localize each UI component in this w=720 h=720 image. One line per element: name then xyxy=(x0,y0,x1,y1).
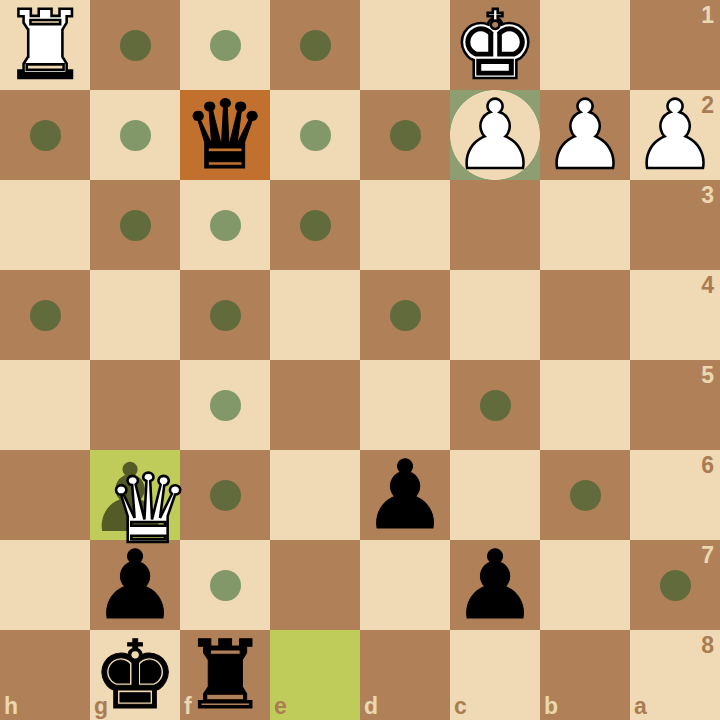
move-hint-g2[interactable] xyxy=(120,120,151,151)
square-a2[interactable]: ♟2 xyxy=(630,90,720,180)
move-hint-g1[interactable] xyxy=(120,30,151,61)
square-f6[interactable] xyxy=(180,450,270,540)
move-hint-h4[interactable] xyxy=(30,300,61,331)
square-g7[interactable]: ♟ xyxy=(90,540,180,630)
square-g3[interactable] xyxy=(90,180,180,270)
square-e8[interactable]: e xyxy=(270,630,360,720)
square-a7[interactable]: 7 xyxy=(630,540,720,630)
move-hint-f7[interactable] xyxy=(210,570,241,601)
square-c2[interactable]: ♟ xyxy=(450,90,540,180)
piece-white-rook-h1[interactable]: ♜ xyxy=(0,0,90,90)
square-a1[interactable]: 1 xyxy=(630,0,720,90)
square-e1[interactable] xyxy=(270,0,360,90)
square-c8[interactable]: c xyxy=(450,630,540,720)
square-e4[interactable] xyxy=(270,270,360,360)
rank-label-3: 3 xyxy=(701,182,714,209)
file-label-d: d xyxy=(364,693,378,720)
file-label-g: g xyxy=(94,693,108,720)
square-h7[interactable] xyxy=(0,540,90,630)
square-a6[interactable]: 6 xyxy=(630,450,720,540)
square-b8[interactable]: b xyxy=(540,630,630,720)
square-g8[interactable]: ♚g xyxy=(90,630,180,720)
square-e6[interactable] xyxy=(270,450,360,540)
square-a4[interactable]: 4 xyxy=(630,270,720,360)
square-f2[interactable]: ♛ xyxy=(180,90,270,180)
square-f5[interactable] xyxy=(180,360,270,450)
square-e3[interactable] xyxy=(270,180,360,270)
rank-label-6: 6 xyxy=(701,452,714,479)
square-c6[interactable] xyxy=(450,450,540,540)
square-d7[interactable] xyxy=(360,540,450,630)
square-b1[interactable] xyxy=(540,0,630,90)
square-b3[interactable] xyxy=(540,180,630,270)
rank-label-5: 5 xyxy=(701,362,714,389)
move-hint-f5[interactable] xyxy=(210,390,241,421)
piece-black-rook-f8[interactable]: ♜ xyxy=(180,630,270,720)
square-f7[interactable] xyxy=(180,540,270,630)
move-hint-g3[interactable] xyxy=(120,210,151,241)
file-label-c: c xyxy=(454,693,467,720)
square-h8[interactable]: h xyxy=(0,630,90,720)
square-b5[interactable] xyxy=(540,360,630,450)
square-c5[interactable] xyxy=(450,360,540,450)
square-h6[interactable] xyxy=(0,450,90,540)
square-b6[interactable] xyxy=(540,450,630,540)
square-d1[interactable] xyxy=(360,0,450,90)
square-d2[interactable] xyxy=(360,90,450,180)
square-f8[interactable]: ♜f xyxy=(180,630,270,720)
square-d6[interactable]: ♟ xyxy=(360,450,450,540)
square-g4[interactable] xyxy=(90,270,180,360)
file-label-e: e xyxy=(274,693,287,720)
move-hint-h2[interactable] xyxy=(30,120,61,151)
move-hint-d4[interactable] xyxy=(390,300,421,331)
square-g6[interactable]: ♟♛ xyxy=(90,450,180,540)
square-g2[interactable] xyxy=(90,90,180,180)
square-f3[interactable] xyxy=(180,180,270,270)
square-d3[interactable] xyxy=(360,180,450,270)
square-b2[interactable]: ♟ xyxy=(540,90,630,180)
square-e5[interactable] xyxy=(270,360,360,450)
square-h3[interactable] xyxy=(0,180,90,270)
square-c1[interactable]: ♚ xyxy=(450,0,540,90)
rank-label-1: 1 xyxy=(701,2,714,29)
square-h4[interactable] xyxy=(0,270,90,360)
square-g1[interactable] xyxy=(90,0,180,90)
piece-white-pawn-c2[interactable]: ♟ xyxy=(450,90,540,180)
file-label-b: b xyxy=(544,693,558,720)
move-hint-b6[interactable] xyxy=(570,480,601,511)
piece-white-pawn-b2[interactable]: ♟ xyxy=(540,90,630,180)
square-h2[interactable] xyxy=(0,90,90,180)
piece-white-king-c1[interactable]: ♚ xyxy=(450,0,540,90)
square-d4[interactable] xyxy=(360,270,450,360)
square-c7[interactable]: ♟ xyxy=(450,540,540,630)
file-label-f: f xyxy=(184,693,192,720)
move-hint-f4[interactable] xyxy=(210,300,241,331)
piece-black-pawn-c7[interactable]: ♟ xyxy=(450,540,540,630)
square-e2[interactable] xyxy=(270,90,360,180)
square-d8[interactable]: d xyxy=(360,630,450,720)
move-hint-f1[interactable] xyxy=(210,30,241,61)
square-c4[interactable] xyxy=(450,270,540,360)
square-d5[interactable] xyxy=(360,360,450,450)
move-hint-c5[interactable] xyxy=(480,390,511,421)
move-hint-f6[interactable] xyxy=(210,480,241,511)
square-a5[interactable]: 5 xyxy=(630,360,720,450)
square-e7[interactable] xyxy=(270,540,360,630)
move-hint-e1[interactable] xyxy=(300,30,331,61)
move-hint-e2[interactable] xyxy=(300,120,331,151)
chess-board: ♜♚1♛♟♟♟2345♟♛♟6♟♟7h♚g♜fedcb8a xyxy=(0,0,720,720)
piece-black-queen-f2[interactable]: ♛ xyxy=(180,90,270,180)
move-hint-e3[interactable] xyxy=(300,210,331,241)
square-f4[interactable] xyxy=(180,270,270,360)
square-c3[interactable] xyxy=(450,180,540,270)
square-b4[interactable] xyxy=(540,270,630,360)
rank-label-8: 8 xyxy=(701,632,714,659)
move-hint-f3[interactable] xyxy=(210,210,241,241)
square-h1[interactable]: ♜ xyxy=(0,0,90,90)
piece-black-pawn-d6[interactable]: ♟ xyxy=(360,450,450,540)
square-a8[interactable]: 8a xyxy=(630,630,720,720)
move-hint-d2[interactable] xyxy=(390,120,421,151)
move-hint-a7[interactable] xyxy=(660,570,691,601)
square-b7[interactable] xyxy=(540,540,630,630)
piece-black-pawn-g7[interactable]: ♟ xyxy=(90,540,180,630)
square-h5[interactable] xyxy=(0,360,90,450)
rank-label-7: 7 xyxy=(701,542,714,569)
file-label-a: a xyxy=(634,693,647,720)
rank-label-4: 4 xyxy=(701,272,714,299)
rank-label-2: 2 xyxy=(701,92,714,119)
square-a3[interactable]: 3 xyxy=(630,180,720,270)
file-label-h: h xyxy=(4,693,18,720)
square-f1[interactable] xyxy=(180,0,270,90)
square-g5[interactable] xyxy=(90,360,180,450)
